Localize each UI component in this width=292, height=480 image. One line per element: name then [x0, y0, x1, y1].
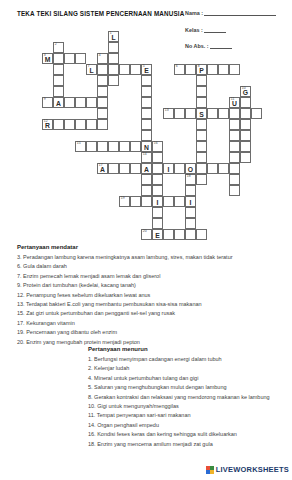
clue-item: 3. Peradangan lambung karena meningkatny…	[17, 253, 285, 262]
hint-letter: A	[54, 99, 63, 108]
grid-cell[interactable]: A	[53, 97, 64, 108]
hint-letter: M	[43, 55, 52, 64]
grid-cell[interactable]: 12R	[42, 119, 53, 130]
clue-number: 14	[143, 153, 147, 157]
clue-number: 18	[187, 175, 191, 179]
grid-cell[interactable]	[141, 196, 152, 207]
clue-item: 8. Gerakan kontraksi dan relaksasi yang …	[88, 393, 288, 402]
grid-cell[interactable]: E	[152, 229, 163, 240]
clue-item: 1. Berfungsi menyimpan cadangan energi d…	[88, 355, 288, 364]
grid-cell[interactable]	[196, 152, 207, 163]
clue-item: 19. Pencernaan yang dibantu oleh enzim	[17, 328, 285, 337]
grid-cell[interactable]: I	[185, 196, 196, 207]
grid-cell[interactable]	[119, 141, 130, 152]
grid-cell[interactable]	[229, 174, 240, 185]
grid-cell[interactable]	[75, 97, 86, 108]
grid-cell[interactable]: 6	[174, 64, 185, 75]
grid-cell[interactable]	[174, 108, 185, 119]
grid-cell[interactable]	[86, 97, 97, 108]
hint-letter: I	[153, 198, 162, 207]
grid-cell[interactable]	[75, 53, 86, 64]
clue-item: 17. Kekurangan vitamin	[17, 319, 285, 328]
grid-cell[interactable]	[130, 141, 141, 152]
grid-cell[interactable]	[130, 196, 141, 207]
clue-item: 18. Enzim yang mencerna amilum menjadi z…	[88, 440, 288, 449]
grid-cell[interactable]: 20	[141, 229, 152, 240]
grid-cell[interactable]	[163, 196, 174, 207]
grid-cell[interactable]	[196, 141, 207, 152]
grid-cell[interactable]: 9	[42, 97, 53, 108]
grid-cell[interactable]: 8P	[196, 64, 207, 75]
grid-cell[interactable]	[229, 141, 240, 152]
grid-cell[interactable]	[240, 108, 251, 119]
hint-letter: I	[186, 198, 195, 207]
clue-item: 4. Mineral untuk pertumbuhan tulang dan …	[88, 374, 288, 383]
grid-cell[interactable]	[196, 97, 207, 108]
grid-cell[interactable]	[53, 75, 64, 86]
clue-number: 20	[143, 230, 147, 234]
grid-cell[interactable]	[86, 141, 97, 152]
clue-number: 19	[121, 197, 125, 201]
clue-item: 13. Terdapat bakteri E.coli yang membant…	[17, 300, 285, 309]
grid-cell[interactable]	[185, 207, 196, 218]
grid-cell[interactable]: 18	[185, 174, 196, 185]
clue-item: 15. Zat gizi untuk pertumbuhan dan pengg…	[17, 309, 285, 318]
grid-cell[interactable]	[141, 130, 152, 141]
liveworksheets-footer: LIVEWORKSHEETS	[206, 465, 289, 474]
clue-item: 16. Kondisi feses keras dan kering sehin…	[88, 430, 288, 439]
grid-cell[interactable]	[141, 75, 152, 86]
worksheet-page: TEKA TEKI SILANG SISTEM PENCERNAAN MANUS…	[0, 0, 292, 480]
grid-cell[interactable]	[97, 75, 108, 86]
hint-letter: L	[87, 66, 96, 75]
down-clues-title: Pertanyaan menurun	[88, 346, 288, 352]
grid-cell[interactable]: 1L	[108, 31, 119, 42]
hint-letter: E	[142, 66, 151, 75]
grid-cell[interactable]	[196, 229, 207, 240]
grid-cell[interactable]: 4	[97, 53, 108, 64]
grid-cell[interactable]	[108, 75, 119, 86]
grid-cell[interactable]	[196, 163, 207, 174]
grid-cell[interactable]: S	[196, 108, 207, 119]
name-input-line[interactable]	[204, 10, 276, 16]
grid-cell[interactable]	[218, 108, 229, 119]
clue-item: 10. Gigi untuk mengunyah/menggilas	[88, 402, 288, 411]
grid-cell[interactable]	[240, 152, 251, 163]
grid-cell[interactable]	[174, 163, 185, 174]
grid-cell[interactable]	[53, 86, 64, 97]
grid-cell[interactable]	[64, 53, 75, 64]
grid-cell[interactable]	[218, 163, 229, 174]
name-field: Nama :	[185, 10, 287, 16]
hint-letter: I	[164, 165, 173, 174]
grid-cell[interactable]	[240, 130, 251, 141]
grid-cell[interactable]	[240, 119, 251, 130]
grid-cell[interactable]: 14	[141, 152, 152, 163]
class-input-line[interactable]	[204, 27, 226, 33]
grid-cell[interactable]	[229, 185, 240, 196]
grid-cell[interactable]	[229, 119, 240, 130]
grid-cell[interactable]	[141, 86, 152, 97]
grid-cell[interactable]	[207, 108, 218, 119]
grid-cell[interactable]: 13	[163, 108, 174, 119]
across-clues-title: Pertanyaan mendatar	[17, 244, 285, 250]
grid-cell[interactable]	[196, 130, 207, 141]
grid-cell[interactable]	[97, 64, 108, 75]
grid-cell[interactable]	[53, 64, 64, 75]
grid-cell[interactable]	[229, 130, 240, 141]
hint-letter: O	[186, 165, 195, 174]
class-label: Kelas	[185, 27, 199, 33]
grid-cell[interactable]	[185, 185, 196, 196]
grid-cell[interactable]	[218, 64, 229, 75]
grid-cell[interactable]: I	[163, 163, 174, 174]
grid-cell[interactable]	[185, 108, 196, 119]
grid-cell[interactable]	[229, 152, 240, 163]
number-input-line[interactable]	[210, 43, 232, 49]
across-clues-section: Pertanyaan mendatar 3. Peradangan lambun…	[17, 244, 285, 347]
grid-cell[interactable]	[141, 185, 152, 196]
grid-cell[interactable]	[108, 42, 119, 53]
hint-letter: P	[197, 66, 206, 75]
hint-letter: N	[142, 143, 151, 152]
grid-cell[interactable]	[141, 97, 152, 108]
liveworksheets-logo-icon	[206, 466, 214, 474]
grid-cell[interactable]	[108, 163, 119, 174]
clue-item: 12. Penampung feses sebelum dikeluarkan …	[17, 291, 285, 300]
grid-cell[interactable]	[251, 108, 262, 119]
grid-cell[interactable]	[97, 108, 108, 119]
grid-cell[interactable]	[207, 163, 218, 174]
grid-cell[interactable]	[152, 163, 163, 174]
down-clues-section: Pertanyaan menurun 1. Berfungsi menyimpa…	[88, 346, 288, 449]
grid-cell[interactable]	[196, 174, 207, 185]
grid-cell[interactable]	[240, 97, 251, 108]
clue-item: 7. Enzim pemecah lemak menjadi asam lema…	[17, 272, 285, 281]
liveworksheets-brand: LIVEWORKSHEETS	[216, 465, 289, 474]
grid-cell[interactable]	[97, 141, 108, 152]
grid-cell[interactable]	[152, 185, 163, 196]
grid-cell[interactable]	[97, 86, 108, 97]
grid-cell[interactable]: 11U	[229, 97, 240, 108]
clue-item: 11. Tempat penyerapan sari-sari makanan	[88, 411, 288, 420]
grid-cell[interactable]	[196, 119, 207, 130]
grid-cell[interactable]: 10G	[240, 86, 251, 97]
clue-number: 13	[165, 109, 169, 113]
grid-cell[interactable]	[130, 163, 141, 174]
grid-cell[interactable]	[119, 64, 130, 75]
clue-number: 6	[176, 65, 178, 69]
clue-item: 5. Saluran yang menghubungkan mulut deng…	[88, 383, 288, 392]
grid-cell[interactable]	[163, 229, 174, 240]
grid-cell[interactable]: 3M	[42, 53, 53, 64]
grid-cell[interactable]	[64, 119, 75, 130]
grid-cell[interactable]: 5E	[141, 64, 152, 75]
grid-cell[interactable]	[229, 163, 240, 174]
hint-letter: E	[153, 231, 162, 240]
grid-cell[interactable]	[108, 64, 119, 75]
hint-letter: G	[241, 88, 250, 97]
grid-cell[interactable]: I	[152, 196, 163, 207]
grid-cell[interactable]	[53, 119, 64, 130]
grid-cell[interactable]	[64, 97, 75, 108]
grid-cell[interactable]	[229, 108, 240, 119]
hint-letter: U	[230, 99, 239, 108]
grid-cell[interactable]: 16	[152, 141, 163, 152]
grid-cell[interactable]: 17A	[97, 163, 108, 174]
clue-item: 14. Organ penghasil empedu	[88, 421, 288, 430]
grid-cell[interactable]	[185, 229, 196, 240]
grid-cell[interactable]	[174, 196, 185, 207]
grid-cell[interactable]	[152, 218, 163, 229]
clue-number: 4	[99, 54, 101, 58]
grid-cell[interactable]	[141, 119, 152, 130]
grid-cell[interactable]	[86, 119, 97, 130]
grid-cell[interactable]	[130, 64, 141, 75]
number-label: No Abs.	[185, 43, 205, 49]
grid-cell[interactable]: 7L	[86, 64, 97, 75]
hint-letter: A	[142, 165, 151, 174]
grid-cell[interactable]	[185, 218, 196, 229]
clue-item: 9. Protein dari tumbuhan (kedelai, kacan…	[17, 281, 285, 290]
student-fields: Nama : Kelas : No Abs. :	[185, 10, 287, 60]
grid-cell[interactable]	[152, 152, 163, 163]
grid-cell[interactable]: A	[141, 163, 152, 174]
grid-cell[interactable]: N	[141, 141, 152, 152]
grid-cell[interactable]	[196, 75, 207, 86]
class-field: Kelas :	[185, 27, 287, 33]
grid-cell[interactable]	[108, 53, 119, 64]
grid-cell[interactable]	[108, 141, 119, 152]
clue-number: 9	[44, 98, 46, 102]
grid-cell[interactable]: 19	[119, 196, 130, 207]
clue-number: 16	[154, 142, 158, 146]
grid-cell[interactable]	[53, 53, 64, 64]
grid-cell[interactable]	[141, 108, 152, 119]
across-clues-list: 3. Peradangan lambung karena meningkatny…	[17, 253, 285, 347]
grid-cell[interactable]	[207, 64, 218, 75]
grid-cell[interactable]	[185, 64, 196, 75]
clue-number: 15	[77, 142, 81, 146]
hint-letter: R	[43, 121, 52, 130]
number-field: No Abs. :	[185, 43, 287, 49]
grid-cell[interactable]	[152, 174, 163, 185]
down-clues-list: 1. Berfungsi menyimpan cadangan energi d…	[88, 355, 288, 449]
hint-letter: A	[98, 165, 107, 174]
hint-letter: L	[109, 33, 118, 42]
grid-cell[interactable]	[174, 229, 185, 240]
grid-cell[interactable]	[196, 86, 207, 97]
clue-number: 2	[55, 43, 57, 47]
clue-item: 2. Kelenjar ludah	[88, 364, 288, 373]
grid-cell[interactable]	[229, 64, 240, 75]
grid-cell[interactable]	[97, 119, 108, 130]
clue-item: 6. Gula dalam darah	[17, 262, 285, 271]
name-label: Nama	[185, 10, 200, 16]
grid-cell[interactable]	[141, 174, 152, 185]
grid-cell[interactable]: 2	[53, 42, 64, 53]
grid-cell[interactable]: O	[185, 163, 196, 174]
grid-cell[interactable]	[240, 141, 251, 152]
grid-cell[interactable]	[97, 97, 108, 108]
grid-cell[interactable]	[152, 207, 163, 218]
grid-cell[interactable]	[75, 119, 86, 130]
grid-cell[interactable]: 15	[75, 141, 86, 152]
grid-cell[interactable]	[119, 163, 130, 174]
hint-letter: S	[197, 110, 206, 119]
